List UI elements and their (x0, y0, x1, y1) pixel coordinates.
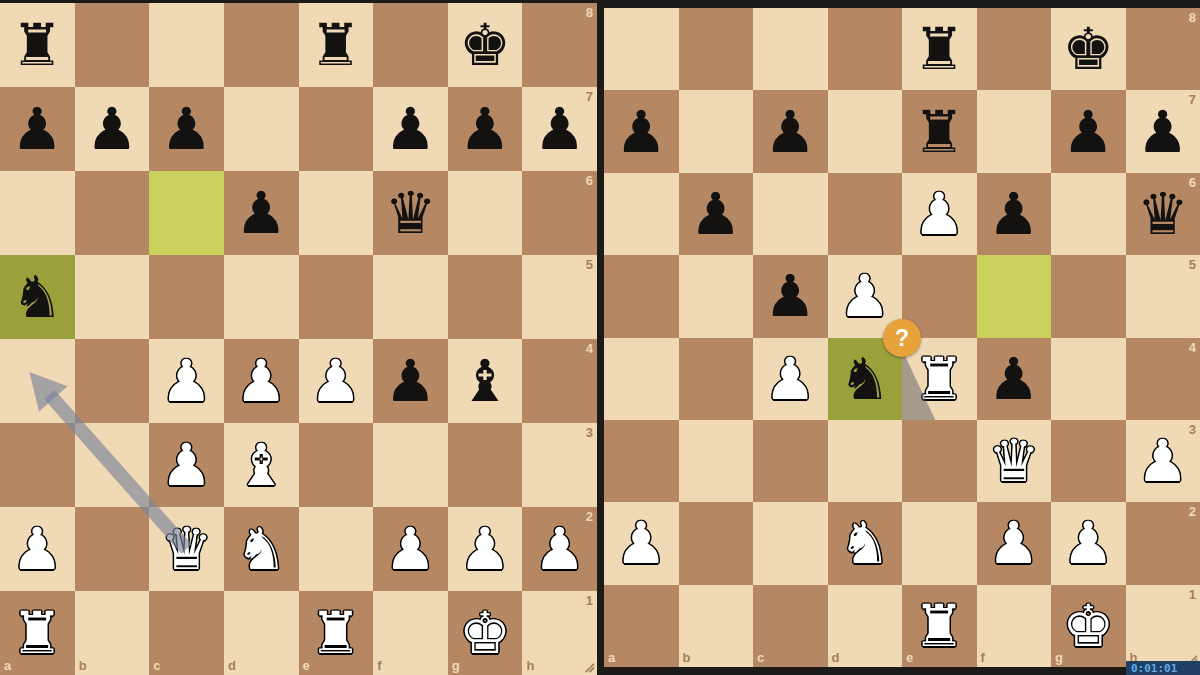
square-b7[interactable]: ♟ (75, 87, 150, 171)
mistake-badge: ? (883, 319, 921, 357)
piece-black-rook[interactable]: ♜ (913, 103, 965, 161)
file-label-c: c (757, 651, 764, 664)
square-c2[interactable] (753, 502, 828, 584)
square-h4[interactable]: 4 (1126, 338, 1200, 420)
piece-white-king[interactable]: ♚ (459, 604, 511, 662)
square-d4[interactable]: ♟ (224, 339, 299, 423)
square-b3[interactable] (679, 420, 754, 502)
square-h5[interactable]: 5 (1126, 255, 1200, 337)
piece-white-pawn[interactable]: ♟ (310, 352, 362, 410)
rank-label-6: 6 (1189, 176, 1196, 189)
rank-label-2: 2 (586, 510, 593, 523)
piece-black-pawn[interactable]: ♟ (161, 100, 213, 158)
piece-white-king[interactable]: ♚ (1062, 597, 1114, 655)
rank-label-4: 4 (586, 342, 593, 355)
square-f4[interactable]: ♟ (373, 339, 448, 423)
square-d1[interactable]: d (224, 591, 299, 675)
square-h7[interactable]: ♟7 (1126, 90, 1200, 172)
square-g1[interactable]: ♚g (448, 591, 523, 675)
square-e8[interactable]: ♜ (299, 3, 374, 87)
piece-white-knight[interactable]: ♞ (839, 514, 891, 572)
piece-black-pawn[interactable]: ♟ (764, 267, 816, 325)
piece-white-pawn[interactable]: ♟ (988, 514, 1040, 572)
piece-black-pawn[interactable]: ♟ (384, 352, 436, 410)
square-e2[interactable] (902, 502, 977, 584)
square-d7[interactable] (224, 87, 299, 171)
square-f1[interactable]: f (977, 585, 1052, 667)
square-d2[interactable]: ♞ (224, 507, 299, 591)
square-e3[interactable] (299, 423, 374, 507)
piece-white-pawn[interactable]: ♟ (764, 350, 816, 408)
square-c8[interactable] (753, 8, 828, 90)
square-c8[interactable] (149, 3, 224, 87)
square-f7[interactable]: ♟ (373, 87, 448, 171)
square-d7[interactable] (828, 90, 903, 172)
piece-black-pawn[interactable]: ♟ (459, 100, 511, 158)
rank-label-3: 3 (1189, 423, 1196, 436)
square-h1[interactable]: h1 (522, 591, 597, 675)
piece-black-pawn[interactable]: ♟ (615, 103, 667, 161)
square-c7[interactable]: ♟ (149, 87, 224, 171)
square-h4[interactable]: 4 (522, 339, 597, 423)
square-g7[interactable]: ♟ (448, 87, 523, 171)
piece-black-pawn[interactable]: ♟ (764, 103, 816, 161)
square-c5[interactable] (149, 255, 224, 339)
square-b6[interactable]: ♟ (679, 173, 754, 255)
square-c6[interactable] (753, 173, 828, 255)
square-f8[interactable] (977, 8, 1052, 90)
square-e1[interactable]: ♜e (902, 585, 977, 667)
square-e1[interactable]: ♜e (299, 591, 374, 675)
square-d8[interactable] (828, 8, 903, 90)
file-label-f: f (377, 659, 381, 672)
board-right: ♜♚8♟♟♜♟♟7♟♟♟♛6♟♟5♟♞♜♟4♛♟3♟♞♟♟2abcd♜ef♚gh… (604, 8, 1200, 667)
piece-black-queen[interactable]: ♛ (384, 184, 436, 242)
square-h1[interactable]: h1 (1126, 585, 1200, 667)
piece-black-pawn[interactable]: ♟ (1137, 103, 1189, 161)
square-c2[interactable]: ♛ (149, 507, 224, 591)
square-c3[interactable] (753, 420, 828, 502)
file-label-e: e (906, 651, 913, 664)
square-g5[interactable] (448, 255, 523, 339)
square-h2[interactable]: ♟2 (522, 507, 597, 591)
square-a8[interactable] (604, 8, 679, 90)
square-e7[interactable] (299, 87, 374, 171)
square-g3[interactable] (448, 423, 523, 507)
square-b1[interactable]: b (75, 591, 150, 675)
square-b4[interactable] (75, 339, 150, 423)
piece-white-pawn[interactable]: ♟ (1062, 514, 1114, 572)
piece-black-king[interactable]: ♚ (459, 16, 511, 74)
piece-black-pawn[interactable]: ♟ (1062, 103, 1114, 161)
piece-black-knight[interactable]: ♞ (839, 350, 891, 408)
square-d3[interactable] (828, 420, 903, 502)
rank-label-7: 7 (586, 90, 593, 103)
square-g7[interactable]: ♟ (1051, 90, 1126, 172)
file-label-g: g (452, 659, 460, 672)
piece-black-rook[interactable]: ♜ (11, 16, 63, 74)
square-a7[interactable]: ♟ (604, 90, 679, 172)
square-h6[interactable]: ♛6 (1126, 173, 1200, 255)
piece-black-pawn[interactable]: ♟ (11, 100, 63, 158)
square-e2[interactable] (299, 507, 374, 591)
piece-white-rook[interactable]: ♜ (913, 350, 965, 408)
piece-white-pawn[interactable]: ♟ (384, 520, 436, 578)
square-h5[interactable]: 5 (522, 255, 597, 339)
square-h3[interactable]: ♟3 (1126, 420, 1200, 502)
piece-white-pawn[interactable]: ♟ (534, 520, 586, 578)
square-g6[interactable] (448, 171, 523, 255)
piece-black-king[interactable]: ♚ (1062, 20, 1114, 78)
square-d5[interactable] (224, 255, 299, 339)
square-f2[interactable]: ♟ (373, 507, 448, 591)
rank-label-6: 6 (586, 174, 593, 187)
square-h2[interactable]: 2 (1126, 502, 1200, 584)
square-f5[interactable] (977, 255, 1052, 337)
file-label-a: a (4, 659, 11, 672)
square-a6[interactable] (604, 173, 679, 255)
piece-black-rook[interactable]: ♜ (913, 20, 965, 78)
square-b7[interactable] (679, 90, 754, 172)
square-g8[interactable]: ♚ (1051, 8, 1126, 90)
square-f8[interactable] (373, 3, 448, 87)
square-f6[interactable]: ♟ (977, 173, 1052, 255)
piece-white-pawn[interactable]: ♟ (161, 436, 213, 494)
piece-white-queen[interactable]: ♛ (988, 432, 1040, 490)
square-g4[interactable]: ♝ (448, 339, 523, 423)
square-a2[interactable]: ♟ (0, 507, 75, 591)
piece-white-pawn[interactable]: ♟ (161, 352, 213, 410)
square-g5[interactable] (1051, 255, 1126, 337)
square-e3[interactable] (902, 420, 977, 502)
square-f3[interactable] (373, 423, 448, 507)
rank-label-5: 5 (1189, 258, 1196, 271)
piece-black-pawn[interactable]: ♟ (534, 100, 586, 158)
square-c5[interactable]: ♟ (753, 255, 828, 337)
square-c4[interactable]: ♟ (149, 339, 224, 423)
square-f1[interactable]: f (373, 591, 448, 675)
piece-white-pawn[interactable]: ♟ (1137, 432, 1189, 490)
piece-black-pawn[interactable]: ♟ (235, 184, 287, 242)
square-c1[interactable]: c (753, 585, 828, 667)
file-label-b: b (683, 651, 691, 664)
file-label-d: d (228, 659, 236, 672)
piece-black-pawn[interactable]: ♟ (988, 185, 1040, 243)
board-resize-handle-icon[interactable] (582, 660, 595, 673)
square-g4[interactable] (1051, 338, 1126, 420)
square-a2[interactable]: ♟ (604, 502, 679, 584)
square-b8[interactable] (75, 3, 150, 87)
file-label-e: e (303, 659, 310, 672)
square-a5[interactable] (604, 255, 679, 337)
piece-black-pawn[interactable]: ♟ (690, 185, 742, 243)
square-f4[interactable]: ♟ (977, 338, 1052, 420)
clock-badge: 0:01:01 (1126, 661, 1200, 675)
piece-black-queen[interactable]: ♛ (1137, 185, 1189, 243)
piece-white-pawn[interactable]: ♟ (839, 267, 891, 325)
square-g6[interactable] (1051, 173, 1126, 255)
square-e4[interactable]: ♟ (299, 339, 374, 423)
square-h8[interactable]: 8 (522, 3, 597, 87)
file-label-h: h (526, 659, 534, 672)
square-g1[interactable]: ♚g (1051, 585, 1126, 667)
square-b5[interactable] (75, 255, 150, 339)
file-label-f: f (981, 651, 985, 664)
square-b6[interactable] (75, 171, 150, 255)
square-g2[interactable]: ♟ (448, 507, 523, 591)
square-h7[interactable]: ♟7 (522, 87, 597, 171)
square-f5[interactable] (373, 255, 448, 339)
piece-white-rook[interactable]: ♜ (913, 597, 965, 655)
square-a4[interactable] (0, 339, 75, 423)
piece-white-pawn[interactable]: ♟ (11, 520, 63, 578)
square-e6[interactable] (299, 171, 374, 255)
square-f6[interactable]: ♛ (373, 171, 448, 255)
piece-white-knight[interactable]: ♞ (235, 520, 287, 578)
file-label-c: c (153, 659, 160, 672)
square-h6[interactable]: 6 (522, 171, 597, 255)
file-label-g: g (1055, 651, 1063, 664)
piece-black-bishop[interactable]: ♝ (459, 352, 511, 410)
square-a3[interactable] (0, 423, 75, 507)
piece-black-pawn[interactable]: ♟ (384, 100, 436, 158)
square-f7[interactable] (977, 90, 1052, 172)
rank-label-1: 1 (1189, 588, 1196, 601)
file-label-d: d (832, 651, 840, 664)
square-a3[interactable] (604, 420, 679, 502)
file-label-b: b (79, 659, 87, 672)
square-d6[interactable] (828, 173, 903, 255)
rank-label-2: 2 (1189, 505, 1196, 518)
piece-white-rook[interactable]: ♜ (11, 604, 63, 662)
square-b3[interactable] (75, 423, 150, 507)
square-b2[interactable] (75, 507, 150, 591)
rank-label-1: 1 (586, 594, 593, 607)
square-b5[interactable] (679, 255, 754, 337)
square-c3[interactable]: ♟ (149, 423, 224, 507)
square-c4[interactable]: ♟ (753, 338, 828, 420)
piece-black-pawn[interactable]: ♟ (988, 350, 1040, 408)
rank-label-7: 7 (1189, 93, 1196, 106)
file-label-a: a (608, 651, 615, 664)
square-g2[interactable]: ♟ (1051, 502, 1126, 584)
rank-label-4: 4 (1189, 341, 1196, 354)
square-a6[interactable] (0, 171, 75, 255)
square-f2[interactable]: ♟ (977, 502, 1052, 584)
square-b4[interactable] (679, 338, 754, 420)
board-left: ♜♜♚8♟♟♟♟♟♟7♟♛6♞5♟♟♟♟♝4♟♝3♟♛♞♟♟♟2♜abcd♜ef… (0, 3, 597, 675)
square-a8[interactable]: ♜ (0, 3, 75, 87)
square-d2[interactable]: ♞ (828, 502, 903, 584)
rank-label-8: 8 (586, 6, 593, 19)
square-a5[interactable]: ♞ (0, 255, 75, 339)
piece-white-bishop[interactable]: ♝ (235, 436, 287, 494)
square-e8[interactable]: ♜ (902, 8, 977, 90)
square-b2[interactable] (679, 502, 754, 584)
square-c7[interactable]: ♟ (753, 90, 828, 172)
rank-label-3: 3 (586, 426, 593, 439)
rank-label-5: 5 (586, 258, 593, 271)
piece-white-pawn[interactable]: ♟ (913, 185, 965, 243)
square-d6[interactable]: ♟ (224, 171, 299, 255)
square-d3[interactable]: ♝ (224, 423, 299, 507)
square-h3[interactable]: 3 (522, 423, 597, 507)
piece-white-pawn[interactable]: ♟ (459, 520, 511, 578)
square-d1[interactable]: d (828, 585, 903, 667)
piece-black-knight[interactable]: ♞ (11, 268, 63, 326)
square-e7[interactable]: ♜ (902, 90, 977, 172)
chess-board-left[interactable]: ♜♜♚8♟♟♟♟♟♟7♟♛6♞5♟♟♟♟♝4♟♝3♟♛♞♟♟♟2♜abcd♜ef… (0, 3, 597, 675)
piece-black-pawn[interactable]: ♟ (86, 100, 138, 158)
square-b8[interactable] (679, 8, 754, 90)
square-c1[interactable]: c (149, 591, 224, 675)
piece-white-rook[interactable]: ♜ (310, 604, 362, 662)
square-b1[interactable]: b (679, 585, 754, 667)
square-e5[interactable] (299, 255, 374, 339)
rank-label-8: 8 (1189, 11, 1196, 24)
square-a1[interactable]: ♜a (0, 591, 75, 675)
square-a4[interactable] (604, 338, 679, 420)
square-e6[interactable]: ♟ (902, 173, 977, 255)
square-d8[interactable] (224, 3, 299, 87)
square-f3[interactable]: ♛ (977, 420, 1052, 502)
square-c6[interactable] (149, 171, 224, 255)
piece-black-rook[interactable]: ♜ (310, 16, 362, 74)
piece-white-pawn[interactable]: ♟ (615, 514, 667, 572)
square-h8[interactable]: 8 (1126, 8, 1200, 90)
square-a1[interactable]: a (604, 585, 679, 667)
analysis-split-view: ♜♜♚8♟♟♟♟♟♟7♟♛6♞5♟♟♟♟♝4♟♝3♟♛♞♟♟♟2♜abcd♜ef… (0, 0, 1200, 675)
square-a7[interactable]: ♟ (0, 87, 75, 171)
square-g8[interactable]: ♚ (448, 3, 523, 87)
piece-white-queen[interactable]: ♛ (161, 520, 213, 578)
piece-white-pawn[interactable]: ♟ (235, 352, 287, 410)
square-g3[interactable] (1051, 420, 1126, 502)
